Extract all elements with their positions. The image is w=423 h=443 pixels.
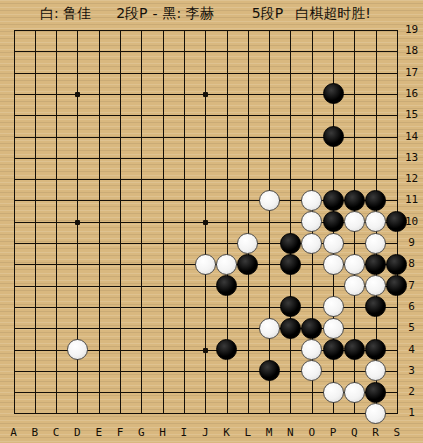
row-label: 13 [401,151,422,165]
black-stone [323,126,344,147]
black-stone [301,318,322,339]
row-label: 10 [401,215,422,229]
black-stone [365,296,386,317]
white-stone [195,254,216,275]
row-label: 15 [401,108,422,122]
col-label: J [197,426,213,440]
black-stone [365,254,386,275]
white-stone [301,339,322,360]
col-label: E [91,426,107,440]
white-stone [344,254,365,275]
col-label: G [133,426,149,440]
game-result: 白棋超时胜! [295,5,371,23]
black-stone [280,233,301,254]
star-point [203,348,208,353]
grid-line-v [269,30,270,414]
white-player-rank: 2段P [116,5,147,23]
black-player-label: 黑: 李赫 [163,5,214,23]
white-stone [323,233,344,254]
black-player-rank: 5段P [252,5,283,23]
star-point [203,220,208,225]
white-stone [365,233,386,254]
row-label: 18 [401,44,422,58]
row-label: 16 [401,87,422,101]
col-label: C [48,426,64,440]
row-label: 2 [401,385,422,399]
row-label: 4 [401,343,422,357]
white-stone [259,190,280,211]
players-separator: - [153,6,158,22]
white-player-label: 白: 鲁佳 [40,5,91,23]
white-stone [365,360,386,381]
col-label: Q [346,426,362,440]
white-stone [344,211,365,232]
row-label: 12 [401,172,422,186]
white-stone [344,275,365,296]
black-stone [323,190,344,211]
black-stone [365,382,386,403]
row-label: 11 [401,193,422,207]
col-label: K [219,426,235,440]
grid-line-h [14,413,398,414]
col-label: H [155,426,171,440]
white-stone [67,339,88,360]
white-stone [301,233,322,254]
white-stone [323,254,344,275]
col-label: O [304,426,320,440]
row-label: 1 [401,406,422,420]
white-stone [323,296,344,317]
white-stone [344,382,365,403]
white-stone [323,382,344,403]
star-point [75,220,80,225]
grid-line-h [14,371,398,372]
black-stone [323,339,344,360]
white-stone [323,318,344,339]
black-stone [237,254,258,275]
col-label: N [282,426,298,440]
grid-line-h [14,286,398,287]
row-label: 7 [401,279,422,293]
star-point [203,92,208,97]
col-label: D [69,426,85,440]
white-stone [365,275,386,296]
go-board[interactable]: ABCDEFGHIJKLMNOPQRS191817161514131211109… [0,0,423,443]
row-label: 17 [401,66,422,80]
col-label: F [112,426,128,440]
white-stone [216,254,237,275]
white-stone [365,403,386,424]
col-label: L [240,426,256,440]
white-stone [237,233,258,254]
row-label: 8 [401,257,422,271]
black-stone [365,339,386,360]
game-info-bar: 白: 鲁佳 2段P - 黑: 李赫 5段P 白棋超时胜! [0,0,423,28]
white-stone [301,211,322,232]
black-stone [280,296,301,317]
col-label: R [368,426,384,440]
col-label: B [27,426,43,440]
white-stone [301,190,322,211]
black-stone [323,211,344,232]
row-label: 6 [401,300,422,314]
black-stone [280,254,301,275]
col-label: I [176,426,192,440]
black-stone [280,318,301,339]
grid-line-v [248,30,249,414]
white-stone [365,211,386,232]
black-stone [365,190,386,211]
row-label: 14 [401,130,422,144]
black-stone [323,83,344,104]
row-label: 9 [401,236,422,250]
row-label: 3 [401,364,422,378]
black-stone [216,339,237,360]
black-stone [259,360,280,381]
white-stone [301,360,322,381]
black-stone [344,339,365,360]
grid-line-v [290,30,291,414]
col-label: A [6,426,22,440]
black-stone [344,190,365,211]
col-label: P [325,426,341,440]
star-point [75,92,80,97]
white-stone [259,318,280,339]
col-label: M [261,426,277,440]
black-stone [216,275,237,296]
row-label: 5 [401,321,422,335]
col-label: S [389,426,405,440]
